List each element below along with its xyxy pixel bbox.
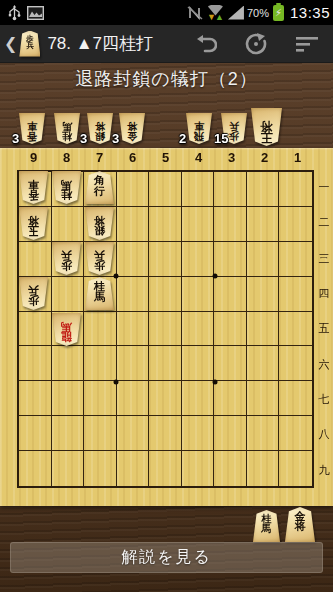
board-piece-9四-歩兵[interactable]: 歩兵: [19, 277, 48, 310]
rank-label-三: 三: [316, 241, 332, 276]
board-piece-9二-玉将[interactable]: 玉将: [19, 207, 48, 240]
file-label-6: 6: [116, 150, 149, 168]
board-piece-8一-桂馬[interactable]: 桂馬: [52, 171, 81, 204]
board-piece-7二-銀将[interactable]: 銀将: [85, 207, 114, 240]
app-screen: ▼ ▲ 70% ⚡ 13:35 ❮ 歩 兵 78. ▲7四桂打: [0, 0, 333, 592]
signal-strength-icon: [228, 6, 244, 20]
usb-icon: [8, 5, 21, 21]
board-piece-8五-龍馬[interactable]: 龍馬: [52, 313, 81, 346]
gote-hand-count-香車: 3: [12, 131, 19, 146]
charging-bolt-icon: ⚡: [275, 8, 282, 18]
app-pawn-char2: 兵: [26, 42, 34, 49]
gote-king-marker[interactable]: 王将: [251, 108, 282, 146]
gote-hand-count-歩兵: 15: [214, 131, 228, 146]
rank-label-八: 八: [316, 417, 332, 452]
gote-hand-piece-飛車[interactable]: 飛車2: [186, 113, 212, 144]
status-bar: ▼ ▲ 70% ⚡ 13:35: [0, 0, 333, 25]
view-explanation-button[interactable]: 解説を見る: [10, 542, 323, 573]
shogi-board: 987654321 一二三四五六七八九 香車桂馬角行玉将銀将歩兵歩兵歩兵桂馬龍馬: [0, 148, 333, 506]
wifi-icon: ▼ ▲: [206, 5, 225, 21]
board-piece-7四-桂馬[interactable]: 桂馬: [85, 277, 114, 310]
board-piece-8三-歩兵[interactable]: 歩兵: [52, 242, 81, 275]
rank-label-二: 二: [316, 205, 332, 240]
battery-percent: 70%: [247, 7, 269, 19]
gote-hand-count-飛車: 2: [179, 131, 186, 146]
board-piece-7三-歩兵[interactable]: 歩兵: [85, 242, 114, 275]
wifi-up-arrow: ▲: [215, 13, 224, 22]
gote-hand-piece-銀将[interactable]: 銀将3: [87, 113, 113, 144]
gote-hand-count-金将: 3: [112, 131, 119, 146]
undo-icon[interactable]: [195, 34, 217, 54]
redo-replay-icon[interactable]: [245, 33, 267, 55]
gote-hand-piece-香車[interactable]: 香車3: [19, 113, 45, 144]
mute-icon: [187, 5, 203, 21]
rank-label-五: 五: [316, 311, 332, 346]
sente-hand-piece-桂馬[interactable]: 桂馬: [253, 510, 280, 542]
rank-labels: 一二三四五六七八九: [316, 170, 332, 488]
file-label-2: 2: [248, 150, 281, 168]
sente-hand-piece-金将[interactable]: 金将: [285, 507, 315, 542]
file-label-1: 1: [281, 150, 314, 168]
file-labels: 987654321: [17, 150, 314, 168]
file-label-8: 8: [50, 150, 83, 168]
rank-label-七: 七: [316, 382, 332, 417]
toolbar: ❮ 歩 兵 78. ▲7四桂打: [0, 25, 333, 63]
board-pieces-layer: 香車桂馬角行玉将銀将歩兵歩兵歩兵桂馬龍馬: [17, 170, 314, 488]
gallery-icon: [27, 6, 44, 20]
app-pawn-icon: 歩 兵: [19, 31, 40, 57]
rank-label-九: 九: [316, 453, 332, 488]
gote-hand-piece-歩兵[interactable]: 歩兵15: [221, 113, 247, 144]
gote-hand-piece-金将[interactable]: 金将3: [119, 113, 145, 144]
move-label: 78. ▲7四桂打: [47, 32, 195, 55]
board-piece-9一-香車[interactable]: 香車: [19, 171, 48, 204]
file-label-5: 5: [149, 150, 182, 168]
file-label-7: 7: [83, 150, 116, 168]
gote-hand-piece-桂馬[interactable]: 桂馬: [54, 113, 80, 144]
file-label-4: 4: [182, 150, 215, 168]
gote-hand-count-銀将: 3: [80, 131, 87, 146]
rank-label-四: 四: [316, 276, 332, 311]
board-piece-7一-角行[interactable]: 角行: [85, 171, 114, 204]
problem-title: 退路封鎖の犠打（2）: [0, 67, 333, 91]
clock: 13:35: [290, 4, 330, 21]
file-label-3: 3: [215, 150, 248, 168]
rank-label-六: 六: [316, 347, 332, 382]
menu-list-icon[interactable]: [295, 35, 319, 53]
battery-icon: ⚡: [273, 5, 284, 21]
file-label-9: 9: [17, 150, 50, 168]
view-explanation-label: 解説を見る: [121, 547, 212, 568]
back-button[interactable]: ❮: [0, 34, 19, 53]
rank-label-一: 一: [316, 170, 332, 205]
